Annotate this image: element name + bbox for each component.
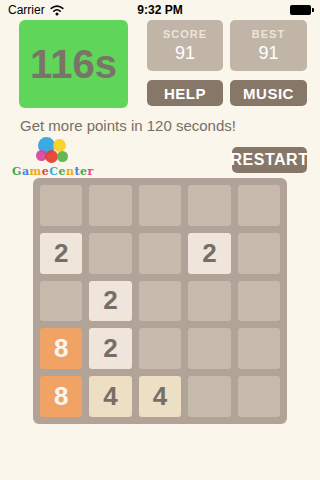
tile-4: 4 (89, 376, 131, 417)
gamecenter-bubbles-icon (36, 137, 70, 164)
score-label: SCORE (163, 28, 207, 40)
empty-cell (238, 185, 280, 226)
best-label: BEST (252, 28, 285, 40)
empty-cell (238, 328, 280, 369)
clock: 9:32 PM (0, 3, 320, 17)
music-button[interactable]: MUSIC (230, 80, 307, 106)
empty-cell (40, 281, 82, 322)
empty-cell (89, 185, 131, 226)
score-box: SCORE 91 (147, 20, 223, 71)
tile-2: 2 (188, 233, 230, 274)
empty-cell (139, 281, 181, 322)
timer-value: 116s (30, 42, 117, 87)
tile-4: 4 (139, 376, 181, 417)
empty-cell (139, 233, 181, 274)
empty-cell (238, 281, 280, 322)
empty-cell (139, 185, 181, 226)
empty-cell (238, 233, 280, 274)
empty-cell (188, 185, 230, 226)
empty-cell (89, 233, 131, 274)
best-box: BEST 91 (230, 20, 307, 71)
timer-box: 116s (19, 20, 128, 108)
empty-cell (188, 281, 230, 322)
tile-2: 2 (89, 281, 131, 322)
tile-2: 2 (40, 233, 82, 274)
help-button[interactable]: HELP (147, 80, 223, 106)
gamecenter-label: GameCenter (12, 165, 92, 178)
best-value: 91 (258, 43, 278, 64)
empty-cell (238, 376, 280, 417)
tile-2: 2 (89, 328, 131, 369)
tile-8: 8 (40, 376, 82, 417)
board[interactable]: 22282844 (33, 178, 287, 424)
app-screen: Carrier 9:32 PM 116s SCORE 91 BEST 91 HE… (0, 0, 320, 480)
status-bar: Carrier 9:32 PM (0, 0, 320, 20)
gamecenter-button[interactable]: GameCenter (12, 137, 92, 179)
tip-text: Get more points in 120 seconds! (20, 117, 236, 134)
empty-cell (139, 328, 181, 369)
restart-button[interactable]: RESTART (232, 147, 307, 173)
empty-cell (40, 185, 82, 226)
tile-8: 8 (40, 328, 82, 369)
empty-cell (188, 328, 230, 369)
battery-icon (290, 5, 311, 15)
score-value: 91 (175, 43, 195, 64)
empty-cell (188, 376, 230, 417)
